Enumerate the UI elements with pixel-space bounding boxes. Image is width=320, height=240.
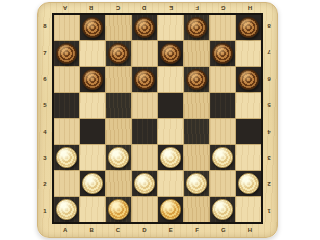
light-checker-e1[interactable] [160,199,181,220]
rank-label-right-2: 2 [264,171,274,197]
square-a7[interactable] [54,41,79,66]
square-e4[interactable] [158,119,183,144]
dark-checker-h6[interactable] [238,69,259,90]
dark-checker-c7[interactable] [108,43,129,64]
square-f6[interactable] [184,67,209,92]
rank-label-right-8: 8 [264,13,274,39]
dark-checker-g7[interactable] [212,43,233,64]
photo-background: ABCDEFGH ABCDEFGH 87654321 87654321 [0,0,320,240]
square-b1[interactable] [80,197,105,222]
square-c5[interactable] [106,93,131,118]
rank-label-left-5: 5 [40,92,50,118]
rank-label-right-6: 6 [264,66,274,92]
square-e6[interactable] [158,67,183,92]
file-label-bottom-g: G [210,224,236,236]
light-checker-c1[interactable] [108,199,129,220]
square-g2[interactable] [210,171,235,196]
square-e3[interactable] [158,145,183,170]
file-label-top-a: A [52,3,78,13]
dark-checker-d6[interactable] [134,69,155,90]
rank-label-left-3: 3 [40,145,50,171]
square-g7[interactable] [210,41,235,66]
square-e2[interactable] [158,171,183,196]
rank-label-left-4: 4 [40,119,50,145]
rank-label-right-3: 3 [264,145,274,171]
square-b8[interactable] [80,15,105,40]
file-label-top-e: E [158,3,184,13]
file-label-bottom-c: C [105,224,131,236]
square-c2[interactable] [106,171,131,196]
square-e7[interactable] [158,41,183,66]
file-label-top-g: G [210,3,236,13]
square-g3[interactable] [210,145,235,170]
square-b4[interactable] [80,119,105,144]
light-checker-a3[interactable] [56,147,77,168]
rank-label-right-5: 5 [264,92,274,118]
light-checker-g3[interactable] [212,147,233,168]
file-labels-top: ABCDEFGH [52,3,263,13]
square-e8[interactable] [158,15,183,40]
square-b7[interactable] [80,41,105,66]
square-d8[interactable] [132,15,157,40]
square-g1[interactable] [210,197,235,222]
light-checker-d2[interactable] [134,173,155,194]
square-f5[interactable] [184,93,209,118]
square-a3[interactable] [54,145,79,170]
file-label-bottom-h: H [237,224,263,236]
square-b2[interactable] [80,171,105,196]
square-b6[interactable] [80,67,105,92]
square-e1[interactable] [158,197,183,222]
square-h6[interactable] [236,67,261,92]
square-c3[interactable] [106,145,131,170]
rank-label-left-1: 1 [40,198,50,224]
square-a2[interactable] [54,171,79,196]
rank-label-left-8: 8 [40,13,50,39]
light-checker-e3[interactable] [160,147,181,168]
square-h4[interactable] [236,119,261,144]
file-label-bottom-b: B [78,224,104,236]
light-checker-a1[interactable] [56,199,77,220]
playing-area [52,13,263,224]
square-f7[interactable] [184,41,209,66]
rank-label-right-1: 1 [264,198,274,224]
square-a1[interactable] [54,197,79,222]
square-d4[interactable] [132,119,157,144]
dark-checker-h8[interactable] [238,17,259,38]
square-d2[interactable] [132,171,157,196]
square-d1[interactable] [132,197,157,222]
light-checker-g1[interactable] [212,199,233,220]
square-d3[interactable] [132,145,157,170]
file-label-bottom-e: E [158,224,184,236]
square-b3[interactable] [80,145,105,170]
file-label-top-c: C [105,3,131,13]
dark-checker-e7[interactable] [160,43,181,64]
light-checker-h2[interactable] [238,173,259,194]
dark-checker-f8[interactable] [186,17,207,38]
square-g8[interactable] [210,15,235,40]
dark-checker-a7[interactable] [56,43,77,64]
rank-label-left-7: 7 [40,39,50,65]
square-c8[interactable] [106,15,131,40]
file-label-top-b: B [78,3,104,13]
square-h7[interactable] [236,41,261,66]
light-checker-c3[interactable] [108,147,129,168]
square-b5[interactable] [80,93,105,118]
file-label-bottom-f: F [184,224,210,236]
square-h8[interactable] [236,15,261,40]
square-a6[interactable] [54,67,79,92]
square-g6[interactable] [210,67,235,92]
file-label-top-f: F [184,3,210,13]
dark-checker-b6[interactable] [82,69,103,90]
square-f1[interactable] [184,197,209,222]
square-g4[interactable] [210,119,235,144]
square-h1[interactable] [236,197,261,222]
square-h5[interactable] [236,93,261,118]
square-f2[interactable] [184,171,209,196]
file-label-bottom-d: D [131,224,157,236]
square-f4[interactable] [184,119,209,144]
rank-label-right-7: 7 [264,39,274,65]
square-h2[interactable] [236,171,261,196]
rank-label-right-4: 4 [264,119,274,145]
square-f3[interactable] [184,145,209,170]
rank-labels-right: 87654321 [264,13,274,224]
light-checker-f2[interactable] [186,173,207,194]
checkers-board: ABCDEFGH ABCDEFGH 87654321 87654321 [37,2,278,238]
rank-labels-left: 87654321 [40,13,50,224]
square-c1[interactable] [106,197,131,222]
file-labels-bottom: ABCDEFGH [52,224,263,236]
square-a5[interactable] [54,93,79,118]
square-f8[interactable] [184,15,209,40]
square-a8[interactable] [54,15,79,40]
file-label-top-h: H [237,3,263,13]
light-checker-b2[interactable] [82,173,103,194]
square-c4[interactable] [106,119,131,144]
square-h3[interactable] [236,145,261,170]
square-d6[interactable] [132,67,157,92]
square-c7[interactable] [106,41,131,66]
square-a4[interactable] [54,119,79,144]
square-e5[interactable] [158,93,183,118]
file-label-top-d: D [131,3,157,13]
square-g5[interactable] [210,93,235,118]
rank-label-left-2: 2 [40,171,50,197]
square-d5[interactable] [132,93,157,118]
square-c6[interactable] [106,67,131,92]
dark-checker-f6[interactable] [186,69,207,90]
rank-label-left-6: 6 [40,66,50,92]
dark-checker-d8[interactable] [134,17,155,38]
square-d7[interactable] [132,41,157,66]
dark-checker-b8[interactable] [82,17,103,38]
file-label-bottom-a: A [52,224,78,236]
